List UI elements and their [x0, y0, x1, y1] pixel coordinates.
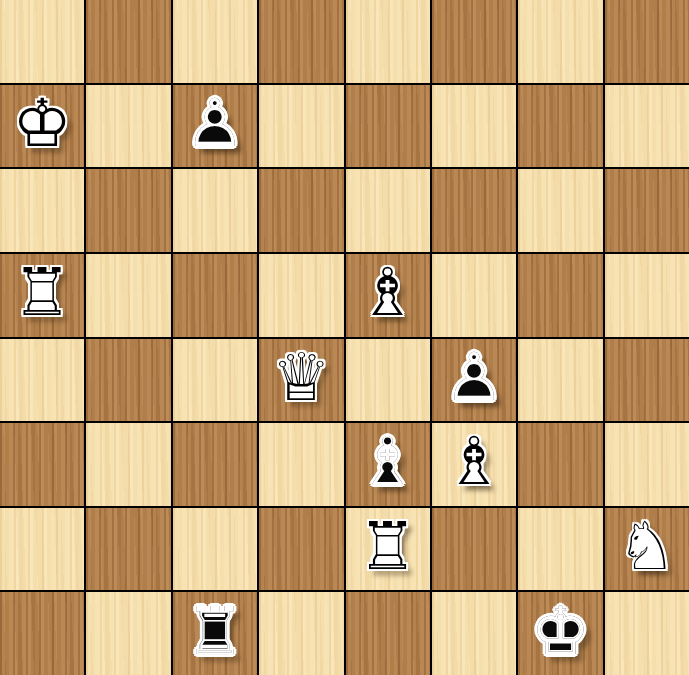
piece-white-bishop-f3[interactable]: ♝♗	[432, 423, 516, 506]
piece-glyph-outline: ♗	[346, 254, 430, 337]
square-d7[interactable]	[259, 85, 343, 168]
square-h5[interactable]	[605, 254, 689, 337]
square-h2[interactable]: ♞♘	[605, 508, 689, 591]
square-e3[interactable]: ♝♗	[346, 423, 430, 506]
piece-glyph-outline: ♗	[432, 423, 516, 506]
piece-white-rook-e2[interactable]: ♜♖	[346, 508, 430, 591]
square-a7[interactable]: ♚♔	[0, 85, 84, 168]
square-e6[interactable]	[346, 169, 430, 252]
piece-glyph-outline: ♖	[173, 592, 257, 675]
square-g2[interactable]	[518, 508, 602, 591]
square-a8[interactable]	[0, 0, 84, 83]
square-a2[interactable]	[0, 508, 84, 591]
square-a4[interactable]	[0, 339, 84, 422]
square-g6[interactable]	[518, 169, 602, 252]
square-f2[interactable]	[432, 508, 516, 591]
piece-glyph-outline: ♕	[259, 339, 343, 422]
square-c1[interactable]: ♜♖	[173, 592, 257, 675]
piece-glyph-outline: ♖	[346, 508, 430, 591]
square-e4[interactable]	[346, 339, 430, 422]
piece-black-pawn-c7[interactable]: ♟♙	[173, 85, 257, 168]
piece-black-rook-c1[interactable]: ♜♖	[173, 592, 257, 675]
piece-glyph-outline: ♔	[0, 85, 84, 168]
piece-glyph-outline: ♗	[346, 423, 430, 506]
square-g5[interactable]	[518, 254, 602, 337]
square-c4[interactable]	[173, 339, 257, 422]
piece-glyph-outline: ♙	[432, 339, 516, 422]
piece-glyph-outline: ♔	[518, 592, 602, 675]
square-d8[interactable]	[259, 0, 343, 83]
square-b2[interactable]	[86, 508, 170, 591]
square-h3[interactable]	[605, 423, 689, 506]
piece-white-knight-h2[interactable]: ♞♘	[605, 508, 689, 591]
square-a1[interactable]	[0, 592, 84, 675]
square-c2[interactable]	[173, 508, 257, 591]
square-e5[interactable]: ♝♗	[346, 254, 430, 337]
square-g3[interactable]	[518, 423, 602, 506]
square-f1[interactable]	[432, 592, 516, 675]
square-d3[interactable]	[259, 423, 343, 506]
square-f6[interactable]	[432, 169, 516, 252]
square-d2[interactable]	[259, 508, 343, 591]
square-e1[interactable]	[346, 592, 430, 675]
square-b3[interactable]	[86, 423, 170, 506]
square-e2[interactable]: ♜♖	[346, 508, 430, 591]
square-a5[interactable]: ♜♖	[0, 254, 84, 337]
square-d6[interactable]	[259, 169, 343, 252]
square-f5[interactable]	[432, 254, 516, 337]
square-a6[interactable]	[0, 169, 84, 252]
piece-white-bishop-e5[interactable]: ♝♗	[346, 254, 430, 337]
square-h1[interactable]	[605, 592, 689, 675]
square-g8[interactable]	[518, 0, 602, 83]
square-c3[interactable]	[173, 423, 257, 506]
square-b4[interactable]	[86, 339, 170, 422]
piece-black-bishop-e3[interactable]: ♝♗	[346, 423, 430, 506]
piece-black-pawn-f4[interactable]: ♟♙	[432, 339, 516, 422]
square-b7[interactable]	[86, 85, 170, 168]
square-b1[interactable]	[86, 592, 170, 675]
piece-glyph-outline: ♘	[605, 508, 689, 591]
square-f8[interactable]	[432, 0, 516, 83]
piece-glyph-outline: ♖	[0, 254, 84, 337]
square-a3[interactable]	[0, 423, 84, 506]
square-c8[interactable]	[173, 0, 257, 83]
square-d1[interactable]	[259, 592, 343, 675]
square-e7[interactable]	[346, 85, 430, 168]
square-h8[interactable]	[605, 0, 689, 83]
piece-white-rook-a5[interactable]: ♜♖	[0, 254, 84, 337]
square-h6[interactable]	[605, 169, 689, 252]
square-f3[interactable]: ♝♗	[432, 423, 516, 506]
square-b6[interactable]	[86, 169, 170, 252]
square-f4[interactable]: ♟♙	[432, 339, 516, 422]
square-b5[interactable]	[86, 254, 170, 337]
piece-white-queen-d4[interactable]: ♛♕	[259, 339, 343, 422]
square-h4[interactable]	[605, 339, 689, 422]
square-f7[interactable]	[432, 85, 516, 168]
piece-glyph-outline: ♙	[173, 85, 257, 168]
square-c5[interactable]	[173, 254, 257, 337]
square-g7[interactable]	[518, 85, 602, 168]
square-e8[interactable]	[346, 0, 430, 83]
square-d5[interactable]	[259, 254, 343, 337]
chess-board: ♚♔♟♙♜♖♝♗♛♕♟♙♝♗♝♗♜♖♞♘♜♖♚♔	[0, 0, 689, 675]
square-d4[interactable]: ♛♕	[259, 339, 343, 422]
square-g1[interactable]: ♚♔	[518, 592, 602, 675]
piece-black-king-g1[interactable]: ♚♔	[518, 592, 602, 675]
square-g4[interactable]	[518, 339, 602, 422]
square-c6[interactable]	[173, 169, 257, 252]
square-b8[interactable]	[86, 0, 170, 83]
piece-white-king-a7[interactable]: ♚♔	[0, 85, 84, 168]
square-c7[interactable]: ♟♙	[173, 85, 257, 168]
square-h7[interactable]	[605, 85, 689, 168]
